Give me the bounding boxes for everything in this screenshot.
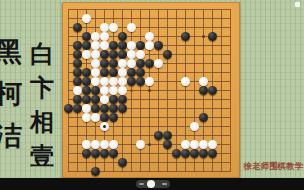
banner-black-char-0: 黑 — [0, 38, 22, 65]
danmaku-toggle[interactable] — [136, 180, 170, 188]
white-stone — [91, 50, 100, 59]
white-stone — [91, 32, 100, 41]
black-stone — [145, 59, 154, 68]
white-stone — [100, 140, 109, 149]
black-stone — [136, 59, 145, 68]
black-stone — [91, 104, 100, 113]
white-stone — [91, 59, 100, 68]
black-stone — [100, 104, 109, 113]
hint-dot-marker — [130, 89, 133, 92]
grid-line-vertical — [221, 9, 222, 172]
white-stone — [127, 59, 136, 68]
black-stone — [190, 149, 199, 158]
black-stone — [100, 149, 109, 158]
black-stone — [163, 50, 172, 59]
black-stone — [154, 41, 163, 50]
black-stone — [91, 95, 100, 104]
black-stone — [172, 149, 181, 158]
screen-corner-dot — [295, 2, 300, 7]
grid-line-horizontal — [68, 126, 231, 127]
white-stone — [109, 23, 118, 32]
white-stone — [136, 50, 145, 59]
black-stone — [109, 113, 118, 122]
white-stone — [190, 122, 199, 131]
black-stone — [100, 68, 109, 77]
black-stone — [82, 68, 91, 77]
black-stone — [109, 95, 118, 104]
white-stone — [100, 95, 109, 104]
black-stone — [82, 77, 91, 86]
white-stone — [208, 140, 217, 149]
white-stone — [82, 104, 91, 113]
white-stone — [91, 41, 100, 50]
white-stone — [181, 77, 190, 86]
black-stone — [82, 149, 91, 158]
black-stone — [73, 23, 82, 32]
white-stone — [118, 68, 127, 77]
white-stone — [118, 86, 127, 95]
white-stone — [82, 14, 91, 23]
black-stone — [118, 32, 127, 41]
black-stone — [136, 77, 145, 86]
black-stone — [73, 68, 82, 77]
white-stone — [109, 140, 118, 149]
go-app-screen: 黑柯洁 白卞相壹 徐老师围棋教学 — [0, 0, 304, 190]
black-stone — [136, 41, 145, 50]
white-stone — [190, 140, 199, 149]
toggle-right-tick — [162, 183, 167, 185]
white-stone — [145, 77, 154, 86]
black-stone — [208, 32, 217, 41]
white-stone — [91, 113, 100, 122]
grid-line-vertical — [230, 9, 231, 172]
white-stone — [199, 140, 208, 149]
black-stone — [118, 95, 127, 104]
white-stone — [100, 86, 109, 95]
black-stone — [82, 95, 91, 104]
black-stone — [82, 41, 91, 50]
white-stone — [118, 59, 127, 68]
black-stone — [118, 41, 127, 50]
white-stone — [100, 32, 109, 41]
black-stone — [163, 140, 172, 149]
banner-white-char-3: 壹 — [30, 144, 54, 168]
white-stone — [118, 77, 127, 86]
black-stone — [100, 59, 109, 68]
black-stone — [73, 104, 82, 113]
black-stone — [100, 113, 109, 122]
white-stone — [100, 77, 109, 86]
black-stone — [109, 104, 118, 113]
white-stone — [73, 86, 82, 95]
black-stone — [118, 50, 127, 59]
banner-white-player: 白卞相壹 — [30, 42, 54, 168]
black-stone — [73, 41, 82, 50]
black-stone — [181, 32, 190, 41]
black-stone — [199, 86, 208, 95]
black-stone — [127, 68, 136, 77]
black-stone — [109, 50, 118, 59]
toggle-knob[interactable] — [147, 180, 155, 188]
black-stone — [136, 68, 145, 77]
black-stone — [109, 59, 118, 68]
white-stone — [181, 140, 190, 149]
black-stone — [64, 104, 73, 113]
white-stone — [154, 59, 163, 68]
player-bottom-bar — [0, 178, 304, 190]
white-stone — [127, 50, 136, 59]
white-stone — [109, 86, 118, 95]
white-stone — [100, 41, 109, 50]
white-stone — [91, 140, 100, 149]
black-stone — [118, 158, 127, 167]
black-stone — [127, 77, 136, 86]
black-stone — [109, 149, 118, 158]
white-stone — [127, 41, 136, 50]
black-stone — [208, 149, 217, 158]
banner-black-char-2: 洁 — [0, 122, 22, 149]
banner-white-char-2: 相 — [30, 110, 54, 134]
black-stone — [91, 86, 100, 95]
black-stone — [118, 104, 127, 113]
star-point — [148, 89, 151, 92]
star-point — [202, 35, 205, 38]
banner-white-char-1: 卞 — [30, 76, 54, 100]
black-stone — [73, 95, 82, 104]
grid-line-horizontal — [68, 135, 231, 136]
black-stone — [91, 149, 100, 158]
grid-line-vertical — [158, 9, 159, 172]
white-stone — [127, 23, 136, 32]
white-stone — [91, 68, 100, 77]
watermark-text: 徐老师围棋教学 — [244, 161, 304, 173]
banner-white-char-0: 白 — [30, 42, 54, 66]
white-stone — [91, 77, 100, 86]
black-stone — [181, 149, 190, 158]
toggle-left-tick — [139, 183, 144, 185]
black-stone — [82, 32, 91, 41]
white-stone — [136, 140, 145, 149]
black-stone — [73, 59, 82, 68]
black-stone — [100, 50, 109, 59]
black-stone — [91, 167, 100, 176]
go-board[interactable] — [62, 2, 240, 178]
white-stone — [109, 77, 118, 86]
white-stone — [82, 50, 91, 59]
banner-black-char-1: 柯 — [0, 80, 22, 107]
grid-line-horizontal — [68, 162, 231, 163]
white-stone — [145, 41, 154, 50]
last-move-marker — [103, 125, 106, 128]
white-stone — [82, 140, 91, 149]
black-stone — [199, 149, 208, 158]
white-stone — [100, 23, 109, 32]
white-stone — [82, 113, 91, 122]
black-stone — [163, 131, 172, 140]
grid-line-vertical — [176, 9, 177, 172]
black-stone — [199, 113, 208, 122]
white-stone — [199, 77, 208, 86]
white-stone — [145, 32, 154, 41]
black-stone — [73, 77, 82, 86]
black-stone — [208, 86, 217, 95]
black-stone — [73, 50, 82, 59]
star-point — [148, 143, 151, 146]
black-stone — [109, 68, 118, 77]
black-stone — [109, 41, 118, 50]
black-stone — [82, 86, 91, 95]
banner-black-player: 黑柯洁 — [0, 38, 22, 149]
black-stone — [154, 131, 163, 140]
